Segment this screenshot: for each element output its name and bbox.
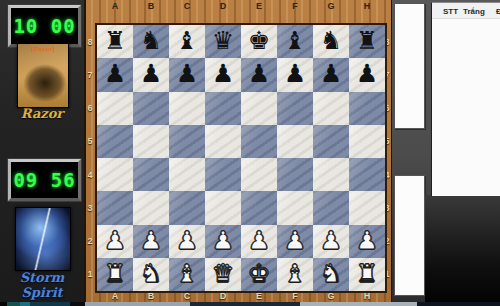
square-c7[interactable]: ♟ [169,58,205,91]
square-a8[interactable]: ♜ [97,25,133,58]
file-label-bottom-e: E [241,291,277,301]
rank-label-left-4: 4 [84,158,96,191]
file-label-top-g: G [313,1,349,12]
square-g8[interactable]: ♞ [313,25,349,58]
square-c2[interactable]: ♟ [169,225,205,258]
square-c3[interactable] [169,191,205,224]
left-sidebar: 10 00 [Razor] Razor 09 56 Storm Spirit [0,0,84,306]
piece-white-pawn[interactable]: ♟ [277,225,313,258]
square-b4[interactable] [133,158,169,191]
file-label-top-a: A [97,1,133,12]
square-b5[interactable] [133,125,169,158]
file-label-top-b: B [133,1,169,12]
piece-black-knight[interactable]: ♞ [133,25,169,58]
piece-black-pawn[interactable]: ♟ [277,58,313,91]
captured-pieces-box-bottom [394,175,425,296]
square-f6[interactable] [277,92,313,125]
rank-label-left-7: 7 [84,58,96,91]
piece-white-bishop[interactable]: ♝ [169,258,205,291]
square-d1[interactable]: ♛ [205,258,241,291]
piece-white-pawn[interactable]: ♟ [241,225,277,258]
square-c4[interactable] [169,158,205,191]
square-d4[interactable] [205,158,241,191]
square-f5[interactable] [277,125,313,158]
square-h6[interactable] [349,92,385,125]
square-f2[interactable]: ♟ [277,225,313,258]
move-list-panel: STT Trắng Đen [431,2,500,196]
square-g1[interactable]: ♞ [313,258,349,291]
black-clock-time: 10 00 [13,17,75,36]
rank-label-left-3: 3 [84,191,96,224]
square-d6[interactable] [205,92,241,125]
piece-white-king[interactable]: ♚ [241,258,277,291]
storm-spirit-avatar [15,207,71,271]
chess-app-window: 10 00 [Razor] Razor 09 56 Storm Spirit A… [0,0,500,306]
piece-black-rook[interactable]: ♜ [349,25,385,58]
rank-label-left-5: 5 [84,125,96,158]
piece-black-pawn[interactable]: ♟ [169,58,205,91]
square-a4[interactable] [97,158,133,191]
white-player-clock: 09 56 [8,159,81,201]
move-list-header-white: Trắng [463,7,485,16]
square-e2[interactable]: ♟ [241,225,277,258]
piece-black-pawn[interactable]: ♟ [349,58,385,91]
square-c6[interactable] [169,92,205,125]
square-c8[interactable]: ♝ [169,25,205,58]
piece-white-pawn[interactable]: ♟ [133,225,169,258]
piece-white-rook[interactable]: ♜ [97,258,133,291]
piece-white-pawn[interactable]: ♟ [313,225,349,258]
square-e4[interactable] [241,158,277,191]
piece-white-rook[interactable]: ♜ [349,258,385,291]
square-b3[interactable] [133,191,169,224]
square-d2[interactable]: ♟ [205,225,241,258]
square-h7[interactable]: ♟ [349,58,385,91]
piece-black-knight[interactable]: ♞ [313,25,349,58]
piece-white-pawn[interactable]: ♟ [205,225,241,258]
file-label-top-h: H [349,1,385,12]
square-d3[interactable] [205,191,241,224]
file-labels-top: ABCDEFGH [97,1,385,12]
square-c1[interactable]: ♝ [169,258,205,291]
right-panel-lower-area [425,195,500,302]
square-g2[interactable]: ♟ [313,225,349,258]
white-player-name: Storm Spirit [0,270,84,300]
file-label-top-d: D [205,1,241,12]
piece-black-pawn[interactable]: ♟ [313,58,349,91]
square-g5[interactable] [313,125,349,158]
move-list-header-black: Đen [496,7,500,16]
move-list-header: STT Trắng Đen [432,3,500,19]
rank-label-left-1: 1 [84,258,96,291]
move-list-header-stt: STT [443,7,458,16]
square-e6[interactable] [241,92,277,125]
white-clock-time: 09 56 [13,171,75,190]
square-h4[interactable] [349,158,385,191]
chess-board: ♜♞♝♛♚♝♞♜♟♟♟♟♟♟♟♟♟♟♟♟♟♟♟♟♜♞♝♛♚♝♞♜ [97,25,385,291]
piece-black-bishop[interactable]: ♝ [169,25,205,58]
square-f7[interactable]: ♟ [277,58,313,91]
square-h2[interactable]: ♟ [349,225,385,258]
square-a2[interactable]: ♟ [97,225,133,258]
file-label-bottom-h: H [349,291,385,301]
chess-board-frame: ABCDEFGH ABCDEFGH 87654321 87654321 ♜♞♝♛… [84,0,392,302]
black-player-clock: 10 00 [8,5,81,47]
file-labels-bottom: ABCDEFGH [97,291,385,301]
file-label-bottom-g: G [313,291,349,301]
rank-labels-left: 87654321 [84,25,96,291]
file-label-bottom-b: B [133,291,169,301]
square-b6[interactable] [133,92,169,125]
square-c5[interactable] [169,125,205,158]
file-label-bottom-d: D [205,291,241,301]
piece-white-pawn[interactable]: ♟ [349,225,385,258]
square-g3[interactable] [313,191,349,224]
square-b7[interactable]: ♟ [133,58,169,91]
square-f4[interactable] [277,158,313,191]
square-f1[interactable]: ♝ [277,258,313,291]
square-e3[interactable] [241,191,277,224]
square-f3[interactable] [277,191,313,224]
razor-card-title: [Razor] [18,46,68,52]
piece-black-pawn[interactable]: ♟ [97,58,133,91]
piece-white-knight[interactable]: ♞ [133,258,169,291]
square-g4[interactable] [313,158,349,191]
piece-white-pawn[interactable]: ♟ [169,225,205,258]
square-e5[interactable] [241,125,277,158]
file-label-bottom-f: F [277,291,313,301]
black-player-name: Razor [0,106,84,121]
file-label-top-e: E [241,1,277,12]
square-h8[interactable]: ♜ [349,25,385,58]
piece-black-pawn[interactable]: ♟ [205,58,241,91]
square-e8[interactable]: ♚ [241,25,277,58]
piece-white-bishop[interactable]: ♝ [277,258,313,291]
rank-label-left-6: 6 [84,92,96,125]
move-list-body[interactable] [432,19,500,196]
square-e1[interactable]: ♚ [241,258,277,291]
square-b1[interactable]: ♞ [133,258,169,291]
file-label-top-f: F [277,1,313,12]
file-label-bottom-c: C [169,291,205,301]
piece-white-queen[interactable]: ♛ [205,258,241,291]
square-d8[interactable]: ♛ [205,25,241,58]
square-a5[interactable] [97,125,133,158]
piece-white-pawn[interactable]: ♟ [97,225,133,258]
piece-black-pawn[interactable]: ♟ [133,58,169,91]
square-a6[interactable] [97,92,133,125]
rank-label-left-8: 8 [84,25,96,58]
file-label-top-c: C [169,1,205,12]
square-e7[interactable]: ♟ [241,58,277,91]
square-f8[interactable]: ♝ [277,25,313,58]
square-d7[interactable]: ♟ [205,58,241,91]
right-panel: STT Trắng Đen [392,0,500,306]
file-label-bottom-a: A [97,291,133,301]
square-a1[interactable]: ♜ [97,258,133,291]
captured-pieces-box-top [394,3,425,129]
piece-white-knight[interactable]: ♞ [313,258,349,291]
window-bottom-edge [0,302,500,306]
square-b8[interactable]: ♞ [133,25,169,58]
piece-black-queen[interactable]: ♛ [205,25,241,58]
square-a3[interactable] [97,191,133,224]
square-g7[interactable]: ♟ [313,58,349,91]
square-h5[interactable] [349,125,385,158]
razor-avatar: [Razor] [17,43,69,108]
square-g6[interactable] [313,92,349,125]
square-a7[interactable]: ♟ [97,58,133,91]
square-b2[interactable]: ♟ [133,225,169,258]
square-d5[interactable] [205,125,241,158]
square-h1[interactable]: ♜ [349,258,385,291]
square-h3[interactable] [349,191,385,224]
piece-black-pawn[interactable]: ♟ [241,58,277,91]
rank-label-left-2: 2 [84,225,96,258]
piece-black-bishop[interactable]: ♝ [277,25,313,58]
piece-black-king[interactable]: ♚ [241,25,277,58]
piece-black-rook[interactable]: ♜ [97,25,133,58]
